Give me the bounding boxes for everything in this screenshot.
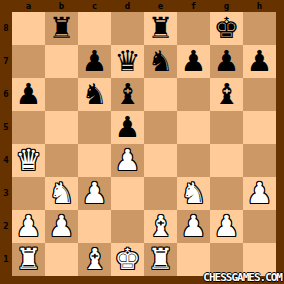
square-c3[interactable]: ♟ <box>78 177 111 210</box>
square-h3[interactable]: ♟ <box>243 177 276 210</box>
square-c2[interactable] <box>78 210 111 243</box>
black-king-g8: ♚ <box>210 12 243 45</box>
square-e7[interactable]: ♞ <box>144 45 177 78</box>
square-e6[interactable] <box>144 78 177 111</box>
square-b3[interactable]: ♞ <box>45 177 78 210</box>
square-f4[interactable] <box>177 144 210 177</box>
square-c5[interactable] <box>78 111 111 144</box>
square-b5[interactable] <box>45 111 78 144</box>
rank-labels: 87654321 <box>0 12 12 276</box>
black-pawn-d5: ♟ <box>111 111 144 144</box>
square-g4[interactable] <box>210 144 243 177</box>
square-f5[interactable] <box>177 111 210 144</box>
square-f6[interactable] <box>177 78 210 111</box>
square-d1[interactable]: ♚ <box>111 243 144 276</box>
square-f3[interactable]: ♞ <box>177 177 210 210</box>
white-rook-e1: ♜ <box>144 243 177 276</box>
white-pawn-h3: ♟ <box>243 177 276 210</box>
file-label-c: c <box>78 0 111 12</box>
square-c7[interactable]: ♟ <box>78 45 111 78</box>
rank-label-7: 7 <box>0 45 12 78</box>
black-knight-e7: ♞ <box>144 45 177 78</box>
square-h6[interactable] <box>243 78 276 111</box>
square-g3[interactable] <box>210 177 243 210</box>
square-g2[interactable]: ♟ <box>210 210 243 243</box>
white-queen-a4: ♛ <box>12 144 45 177</box>
rank-label-5: 5 <box>0 111 12 144</box>
square-b8[interactable]: ♜ <box>45 12 78 45</box>
black-pawn-g7: ♟ <box>210 45 243 78</box>
square-b6[interactable] <box>45 78 78 111</box>
square-b1[interactable] <box>45 243 78 276</box>
rank-label-3: 3 <box>0 177 12 210</box>
white-bishop-e2: ♝ <box>144 210 177 243</box>
square-h7[interactable]: ♟ <box>243 45 276 78</box>
square-c4[interactable] <box>78 144 111 177</box>
square-d6[interactable]: ♝ <box>111 78 144 111</box>
black-bishop-d6: ♝ <box>111 78 144 111</box>
square-g8[interactable]: ♚ <box>210 12 243 45</box>
black-pawn-c7: ♟ <box>78 45 111 78</box>
square-a4[interactable]: ♛ <box>12 144 45 177</box>
file-label-f: f <box>177 0 210 12</box>
square-g7[interactable]: ♟ <box>210 45 243 78</box>
black-pawn-a6: ♟ <box>12 78 45 111</box>
square-e1[interactable]: ♜ <box>144 243 177 276</box>
square-e3[interactable] <box>144 177 177 210</box>
square-a5[interactable] <box>12 111 45 144</box>
file-label-d: d <box>111 0 144 12</box>
white-bishop-c1: ♝ <box>78 243 111 276</box>
square-a7[interactable] <box>12 45 45 78</box>
rank-label-4: 4 <box>0 144 12 177</box>
white-knight-f3: ♞ <box>177 177 210 210</box>
file-label-a: a <box>12 0 45 12</box>
white-king-d1: ♚ <box>111 243 144 276</box>
square-e5[interactable] <box>144 111 177 144</box>
square-h8[interactable] <box>243 12 276 45</box>
file-label-h: h <box>243 0 276 12</box>
rank-label-6: 6 <box>0 78 12 111</box>
black-rook-b8: ♜ <box>45 12 78 45</box>
black-knight-c6: ♞ <box>78 78 111 111</box>
square-f7[interactable]: ♟ <box>177 45 210 78</box>
square-a2[interactable]: ♟ <box>12 210 45 243</box>
square-g5[interactable] <box>210 111 243 144</box>
square-b2[interactable]: ♟ <box>45 210 78 243</box>
white-pawn-f2: ♟ <box>177 210 210 243</box>
black-queen-d7: ♛ <box>111 45 144 78</box>
square-c8[interactable] <box>78 12 111 45</box>
chess-diagram-frame: abcdefgh 87654321 ♜♜♚♟♛♞♟♟♟♟♞♝♝♟♛♟♞♟♞♟♟♟… <box>0 0 284 284</box>
square-a3[interactable] <box>12 177 45 210</box>
black-rook-e8: ♜ <box>144 12 177 45</box>
square-a1[interactable]: ♜ <box>12 243 45 276</box>
square-b4[interactable] <box>45 144 78 177</box>
square-h2[interactable] <box>243 210 276 243</box>
white-pawn-b2: ♟ <box>45 210 78 243</box>
chessgames-site-link[interactable]: CHESSGAMES.COM <box>203 272 282 284</box>
white-pawn-a2: ♟ <box>12 210 45 243</box>
square-h4[interactable] <box>243 144 276 177</box>
square-d4[interactable]: ♟ <box>111 144 144 177</box>
white-pawn-d4: ♟ <box>111 144 144 177</box>
square-d2[interactable] <box>111 210 144 243</box>
square-g6[interactable]: ♝ <box>210 78 243 111</box>
square-d5[interactable]: ♟ <box>111 111 144 144</box>
square-h5[interactable] <box>243 111 276 144</box>
white-knight-b3: ♞ <box>45 177 78 210</box>
square-e8[interactable]: ♜ <box>144 12 177 45</box>
rank-label-8: 8 <box>0 12 12 45</box>
rank-label-2: 2 <box>0 210 12 243</box>
white-pawn-g2: ♟ <box>210 210 243 243</box>
rank-label-1: 1 <box>0 243 12 276</box>
square-c1[interactable]: ♝ <box>78 243 111 276</box>
square-f8[interactable] <box>177 12 210 45</box>
square-e4[interactable] <box>144 144 177 177</box>
black-bishop-g6: ♝ <box>210 78 243 111</box>
chess-board: ♜♜♚♟♛♞♟♟♟♟♞♝♝♟♛♟♞♟♞♟♟♟♝♟♟♜♝♚♜ <box>12 12 276 276</box>
square-a8[interactable] <box>12 12 45 45</box>
square-b7[interactable] <box>45 45 78 78</box>
black-pawn-h7: ♟ <box>243 45 276 78</box>
square-d7[interactable]: ♛ <box>111 45 144 78</box>
white-pawn-c3: ♟ <box>78 177 111 210</box>
square-c6[interactable]: ♞ <box>78 78 111 111</box>
square-e2[interactable]: ♝ <box>144 210 177 243</box>
square-d3[interactable] <box>111 177 144 210</box>
black-pawn-f7: ♟ <box>177 45 210 78</box>
white-rook-a1: ♜ <box>12 243 45 276</box>
square-d8[interactable] <box>111 12 144 45</box>
square-f2[interactable]: ♟ <box>177 210 210 243</box>
square-a6[interactable]: ♟ <box>12 78 45 111</box>
